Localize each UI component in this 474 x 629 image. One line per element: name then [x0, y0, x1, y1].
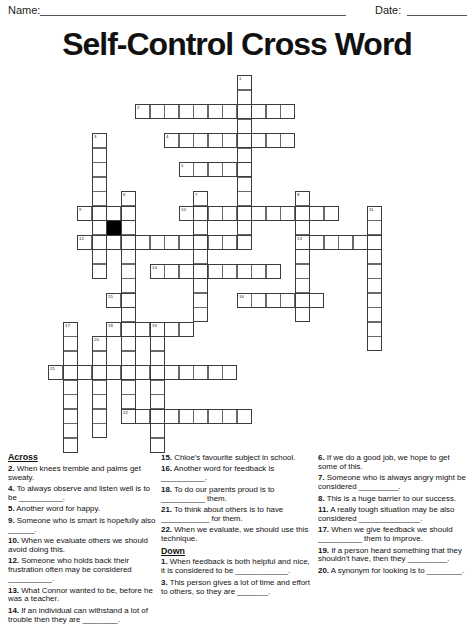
grid-cell[interactable]	[92, 365, 107, 380]
grid-cell[interactable]	[150, 423, 165, 438]
grid-cell[interactable]	[121, 336, 136, 351]
date-label: Date:	[375, 4, 401, 16]
grid-cell[interactable]	[135, 322, 150, 337]
clue-across-5: 5. Another word for happy.	[8, 505, 156, 514]
grid-cell[interactable]	[63, 365, 78, 380]
grid-cell[interactable]	[92, 148, 107, 163]
grid-cell[interactable]	[237, 133, 252, 148]
grid-cell[interactable]	[367, 264, 382, 279]
clue-text: This is a huge barrier to our success.	[325, 494, 456, 503]
clues-header-across: Across	[8, 453, 156, 463]
clue-down-7: 7. Someone who is always angry might be …	[318, 474, 468, 492]
grid-cell[interactable]	[121, 307, 136, 322]
grid-cell[interactable]	[121, 220, 136, 235]
grid-cell[interactable]	[179, 264, 194, 279]
grid-cell[interactable]	[193, 307, 208, 322]
clue-number: 12.	[8, 556, 19, 565]
grid-cell[interactable]	[121, 278, 136, 293]
clue-down-11: 11. A really tough situation may be also…	[318, 506, 468, 524]
grid-cell[interactable]	[367, 249, 382, 264]
grid-cell[interactable]	[295, 220, 310, 235]
grid-cell[interactable]	[92, 162, 107, 177]
grid-cell[interactable]: 9	[77, 206, 92, 221]
grid-cell[interactable]: 14	[150, 264, 165, 279]
grid-cell[interactable]	[193, 104, 208, 119]
clue-across-21: 21. To think about others is to have ___…	[161, 506, 311, 524]
grid-cell[interactable]	[251, 104, 266, 119]
clue-text: Someone who is smart is hopefully also _…	[8, 516, 155, 534]
grid-cell[interactable]	[237, 177, 252, 192]
grid-cell[interactable]	[150, 365, 165, 380]
clue-number: 10.	[8, 536, 19, 545]
grid-cell[interactable]	[309, 206, 324, 221]
grid-cell[interactable]	[92, 351, 107, 366]
grid-cell[interactable]	[193, 278, 208, 293]
grid-cell[interactable]	[280, 293, 295, 308]
grid-cell[interactable]	[77, 365, 92, 380]
grid-cell[interactable]	[367, 336, 382, 351]
grid-cell[interactable]	[280, 206, 295, 221]
clue-text: To do our parents proud is to __________…	[161, 485, 274, 503]
grid-cell[interactable]	[237, 162, 252, 177]
grid-cell[interactable]	[121, 365, 136, 380]
grid-cell[interactable]	[121, 293, 136, 308]
clue-across-22: 22. When we evaluate, we should use this…	[161, 526, 311, 544]
grid-cell[interactable]	[193, 133, 208, 148]
clue-down-17: 17. When we give feedback we should ____…	[318, 526, 468, 544]
grid-cell[interactable]	[106, 365, 121, 380]
grid-cell[interactable]	[92, 423, 107, 438]
grid-cell[interactable]	[150, 235, 165, 250]
cell-number: 10	[181, 207, 186, 211]
grid-cell[interactable]: 20	[92, 336, 107, 351]
grid-cell[interactable]	[208, 365, 223, 380]
grid-cell[interactable]	[121, 235, 136, 250]
grid-cell[interactable]: 8	[295, 191, 310, 206]
clue-number: 2.	[8, 464, 15, 473]
black-cell	[106, 220, 121, 235]
grid-cell[interactable]	[222, 365, 237, 380]
grid-cell[interactable]	[237, 119, 252, 134]
clue-down-6: 6. If we do a good job, we hope to get s…	[318, 454, 468, 472]
cell-number: 11	[369, 207, 373, 211]
grid-cell[interactable]	[106, 206, 121, 221]
grid-cell[interactable]	[164, 409, 179, 424]
grid-cell[interactable]: 1	[237, 75, 252, 90]
grid-cell[interactable]	[324, 206, 339, 221]
grid-cell[interactable]	[208, 104, 223, 119]
grid-cell[interactable]	[150, 380, 165, 395]
grid-cell[interactable]	[121, 380, 136, 395]
grid-cell[interactable]: 21	[48, 365, 63, 380]
grid-cell[interactable]: 2	[135, 104, 150, 119]
grid-cell[interactable]	[280, 133, 295, 148]
grid-cell[interactable]: 19	[150, 322, 165, 337]
grid-cell[interactable]	[208, 162, 223, 177]
cell-number: 17	[65, 323, 70, 327]
clue-text: Chloe's favourite subject in school.	[172, 453, 295, 462]
grid-cell[interactable]	[121, 206, 136, 221]
grid-cell[interactable]	[135, 365, 150, 380]
clue-across-14: 14. If an individual can withstand a lot…	[8, 607, 156, 625]
name-field[interactable]	[40, 3, 346, 16]
grid-cell[interactable]	[309, 235, 324, 250]
grid-cell[interactable]	[208, 133, 223, 148]
cell-number: 7	[195, 192, 197, 196]
cell-number: 16	[239, 294, 244, 298]
clue-number: 7.	[318, 473, 325, 482]
grid-cell[interactable]	[150, 394, 165, 409]
grid-cell[interactable]	[266, 206, 281, 221]
grid-cell[interactable]	[92, 249, 107, 264]
clue-number: 9.	[8, 516, 15, 525]
clue-text: When we give feedback we should ________…	[318, 525, 453, 543]
clue-text: If we do a good job, we hope to get some…	[318, 453, 450, 471]
grid-cell[interactable]	[222, 206, 237, 221]
clue-number: 8.	[318, 494, 325, 503]
clue-number: 4.	[8, 484, 15, 493]
clue-text: Another word for happy.	[15, 504, 100, 513]
grid-cell[interactable]	[367, 278, 382, 293]
clue-text: Someone who holds back their frustration…	[8, 556, 132, 583]
grid-cell[interactable]	[92, 235, 107, 250]
grid-cell[interactable]	[92, 220, 107, 235]
grid-cell[interactable]	[251, 264, 266, 279]
grid-cell[interactable]: 6	[121, 191, 136, 206]
clue-text: When knees tremble and palms get sweaty.	[8, 464, 141, 482]
grid-cell[interactable]	[295, 249, 310, 264]
clue-text: If an individual can withstand a lot of …	[8, 606, 148, 624]
grid-cell[interactable]	[193, 249, 208, 264]
grid-cell[interactable]	[338, 235, 353, 250]
clue-across-16: 16. Another word for feedback is _______…	[161, 465, 311, 483]
cell-number: 4	[166, 134, 168, 138]
cell-number: 19	[152, 323, 157, 327]
clue-number: 18.	[161, 485, 172, 494]
clue-number: 22.	[161, 525, 172, 534]
grid-cell[interactable]	[164, 264, 179, 279]
grid-cell[interactable]	[208, 409, 223, 424]
clue-number: 1.	[161, 557, 168, 566]
grid-cell[interactable]	[295, 293, 310, 308]
grid-cell[interactable]	[237, 104, 252, 119]
clue-down-20: 20. A synonym for looking is to ________…	[318, 567, 468, 576]
grid-cell[interactable]	[266, 293, 281, 308]
clue-across-13: 13. What Connor wanted to be, before he …	[8, 587, 156, 605]
grid-cell[interactable]	[295, 206, 310, 221]
grid-cell[interactable]: 4	[164, 133, 179, 148]
grid-cell[interactable]	[237, 206, 252, 221]
grid-cell[interactable]	[164, 235, 179, 250]
clue-text: If a person heard something that they sh…	[318, 546, 462, 564]
clue-text: To think about others is to have _______…	[161, 505, 283, 523]
clue-text: Someone who is always angry might be con…	[318, 473, 466, 491]
page-title: Self-Control Cross Word	[0, 26, 474, 63]
clue-across-15: 15. Chloe's favourite subject in school.	[161, 454, 311, 463]
grid-cell[interactable]	[367, 293, 382, 308]
cell-number: 2	[137, 105, 139, 109]
clue-text: A synonym for looking is to ________.	[329, 566, 464, 575]
clue-across-12: 12. Someone who holds back their frustra…	[8, 557, 156, 584]
clue-text: To always observe and listen well is to …	[8, 484, 150, 502]
grid-cell[interactable]	[324, 235, 339, 250]
grid-cell[interactable]	[222, 162, 237, 177]
cell-number: 12	[79, 236, 84, 240]
grid-cell[interactable]: 10	[179, 206, 194, 221]
clue-text: This person gives a lot of time and effo…	[161, 578, 310, 596]
grid-cell[interactable]	[295, 278, 310, 293]
grid-cell[interactable]	[193, 293, 208, 308]
grid-cell[interactable]	[164, 104, 179, 119]
cell-number: 21	[50, 366, 55, 370]
clue-down-3: 3. This person gives a lot of time and e…	[161, 579, 311, 597]
clue-number: 21.	[161, 505, 172, 514]
clue-number: 6.	[318, 453, 325, 462]
grid-cell[interactable]	[295, 307, 310, 322]
grid-cell[interactable]	[266, 104, 281, 119]
grid-cell[interactable]	[353, 235, 368, 250]
grid-cell[interactable]	[179, 133, 194, 148]
cell-number: 8	[297, 192, 299, 196]
grid-cell[interactable]	[179, 235, 194, 250]
grid-cell[interactable]	[63, 438, 78, 453]
grid-cell[interactable]	[367, 307, 382, 322]
grid-cell[interactable]	[179, 104, 194, 119]
clue-down-8: 8. This is a huge barrier to our success…	[318, 495, 468, 504]
grid-cell[interactable]	[222, 104, 237, 119]
grid-cell[interactable]: 12	[77, 235, 92, 250]
grid-cell[interactable]	[193, 162, 208, 177]
grid-cell[interactable]	[237, 90, 252, 105]
grid-cell[interactable]	[63, 409, 78, 424]
grid-cell[interactable]	[251, 133, 266, 148]
clue-number: 17.	[318, 525, 329, 534]
clue-text: A really tough situation may be also con…	[318, 505, 454, 523]
grid-cell[interactable]	[92, 177, 107, 192]
grid-cell[interactable]	[92, 264, 107, 279]
grid-cell[interactable]	[237, 191, 252, 206]
grid-cell[interactable]	[92, 380, 107, 395]
grid-cell[interactable]	[237, 220, 252, 235]
clue-number: 19.	[318, 546, 329, 555]
grid-cell[interactable]	[164, 322, 179, 337]
clue-text: Another word for feedback is __________.	[161, 464, 274, 482]
grid-cell[interactable]	[150, 409, 165, 424]
grid-cell[interactable]	[193, 220, 208, 235]
clue-number: 5.	[8, 504, 15, 513]
name-label: Name:	[8, 4, 40, 16]
grid-cell[interactable]	[367, 235, 382, 250]
grid-cell[interactable]: 7	[193, 191, 208, 206]
grid-cell[interactable]	[208, 264, 223, 279]
clue-across-2: 2. When knees tremble and palms get swea…	[8, 465, 156, 483]
grid-cell[interactable]	[266, 264, 281, 279]
grid-cell[interactable]	[266, 133, 281, 148]
grid-cell[interactable]	[135, 235, 150, 250]
grid-cell[interactable]	[106, 235, 121, 250]
grid-cell[interactable]	[193, 409, 208, 424]
grid-cell[interactable]	[92, 409, 107, 424]
grid-cell[interactable]	[63, 336, 78, 351]
grid-cell[interactable]	[63, 351, 78, 366]
grid-cell[interactable]	[63, 380, 78, 395]
grid-cell[interactable]	[237, 264, 252, 279]
clue-across-4: 4. To always observe and listen well is …	[8, 485, 156, 503]
cell-number: 14	[152, 265, 157, 269]
grid-cell[interactable]	[367, 220, 382, 235]
clues-column-down: 6. If we do a good job, we hope to get s…	[318, 454, 468, 578]
cell-number: 3	[94, 134, 96, 138]
clue-across-10: 10. When we evaluate others we should av…	[8, 537, 156, 555]
grid-cell[interactable]: 18	[106, 322, 121, 337]
grid-cell[interactable]	[280, 104, 295, 119]
clue-text: When feedback is both helpful and nice, …	[161, 557, 310, 575]
grid-cell[interactable]	[121, 249, 136, 264]
cell-number: 13	[297, 236, 302, 240]
grid-cell[interactable]	[92, 394, 107, 409]
cell-number: 1	[239, 76, 241, 80]
grid-cell[interactable]	[222, 133, 237, 148]
grid-cell[interactable]: 11	[367, 206, 382, 221]
clue-number: 13.	[8, 586, 19, 595]
clue-text: When we evaluate, we should use this tec…	[161, 525, 308, 543]
cell-number: 15	[108, 294, 113, 298]
crossword-grid: 12345678910111213141516171819202122	[48, 75, 382, 453]
grid-cell[interactable]	[251, 206, 266, 221]
grid-cell[interactable]: 5	[179, 162, 194, 177]
cell-number: 18	[108, 323, 113, 327]
grid-cell[interactable]	[150, 104, 165, 119]
grid-cell[interactable]: 22	[121, 409, 136, 424]
clue-down-1: 1. When feedback is both helpful and nic…	[161, 558, 311, 576]
clues-column-across: Across2. When knees tremble and palms ge…	[8, 453, 156, 627]
grid-cell[interactable]	[193, 206, 208, 221]
clue-number: 11.	[318, 505, 329, 514]
grid-cell[interactable]	[193, 235, 208, 250]
grid-cell[interactable]	[135, 409, 150, 424]
grid-cell[interactable]	[367, 322, 382, 337]
clue-number: 14.	[8, 606, 19, 615]
clues-header-down: Down	[161, 547, 311, 557]
grid-cell[interactable]	[222, 235, 237, 250]
cell-number: 20	[94, 337, 99, 341]
grid-cell[interactable]	[237, 148, 252, 163]
clue-number: 16.	[161, 464, 172, 473]
grid-cell[interactable]: 17	[63, 322, 78, 337]
cell-number: 9	[79, 207, 81, 211]
clue-number: 20.	[318, 566, 329, 575]
grid-cell[interactable]	[63, 423, 78, 438]
grid-cell[interactable]	[208, 206, 223, 221]
cell-number: 22	[123, 410, 128, 414]
clue-across-18: 18. To do our parents proud is to ______…	[161, 486, 311, 504]
grid-cell[interactable]	[237, 235, 252, 250]
clue-across-9: 9. Someone who is smart is hopefully als…	[8, 517, 156, 535]
grid-cell[interactable]	[63, 394, 78, 409]
grid-cell[interactable]: 15	[106, 293, 121, 308]
grid-cell[interactable]: 13	[295, 235, 310, 250]
grid-cell[interactable]	[150, 351, 165, 366]
grid-cell[interactable]	[121, 264, 136, 279]
clues-column-middle: 15. Chloe's favourite subject in school.…	[161, 454, 311, 599]
date-field[interactable]	[407, 3, 467, 16]
grid-cell[interactable]	[251, 293, 266, 308]
grid-cell[interactable]	[121, 351, 136, 366]
grid-cell[interactable]	[121, 322, 136, 337]
clue-number: 15.	[161, 453, 172, 462]
clue-down-19: 19. If a person heard something that the…	[318, 547, 468, 565]
grid-cell[interactable]: 3	[92, 133, 107, 148]
clue-number: 3.	[161, 578, 168, 587]
grid-cell[interactable]	[193, 264, 208, 279]
grid-cell[interactable]	[295, 264, 310, 279]
grid-cell[interactable]	[92, 191, 107, 206]
grid-cell[interactable]	[150, 438, 165, 453]
grid-cell[interactable]	[179, 365, 194, 380]
grid-cell[interactable]	[222, 264, 237, 279]
grid-cell[interactable]	[208, 235, 223, 250]
grid-cell[interactable]: 16	[237, 293, 252, 308]
grid-cell[interactable]	[121, 394, 136, 409]
clue-text: What Connor wanted to be, before he was …	[8, 586, 153, 604]
crossword-worksheet: Name: Date: Self-Control Cross Word 1234…	[0, 0, 474, 629]
grid-cell[interactable]	[164, 365, 179, 380]
grid-cell[interactable]	[193, 365, 208, 380]
grid-cell[interactable]	[150, 336, 165, 351]
grid-cell[interactable]	[179, 409, 194, 424]
grid-cell[interactable]	[179, 322, 194, 337]
grid-cell[interactable]	[237, 409, 252, 424]
grid-cell[interactable]	[309, 293, 324, 308]
clue-text: When we evaluate others we should avoid …	[8, 536, 148, 554]
grid-cell[interactable]	[92, 206, 107, 221]
cell-number: 6	[123, 192, 125, 196]
cell-number: 5	[181, 163, 183, 167]
grid-cell[interactable]	[222, 409, 237, 424]
